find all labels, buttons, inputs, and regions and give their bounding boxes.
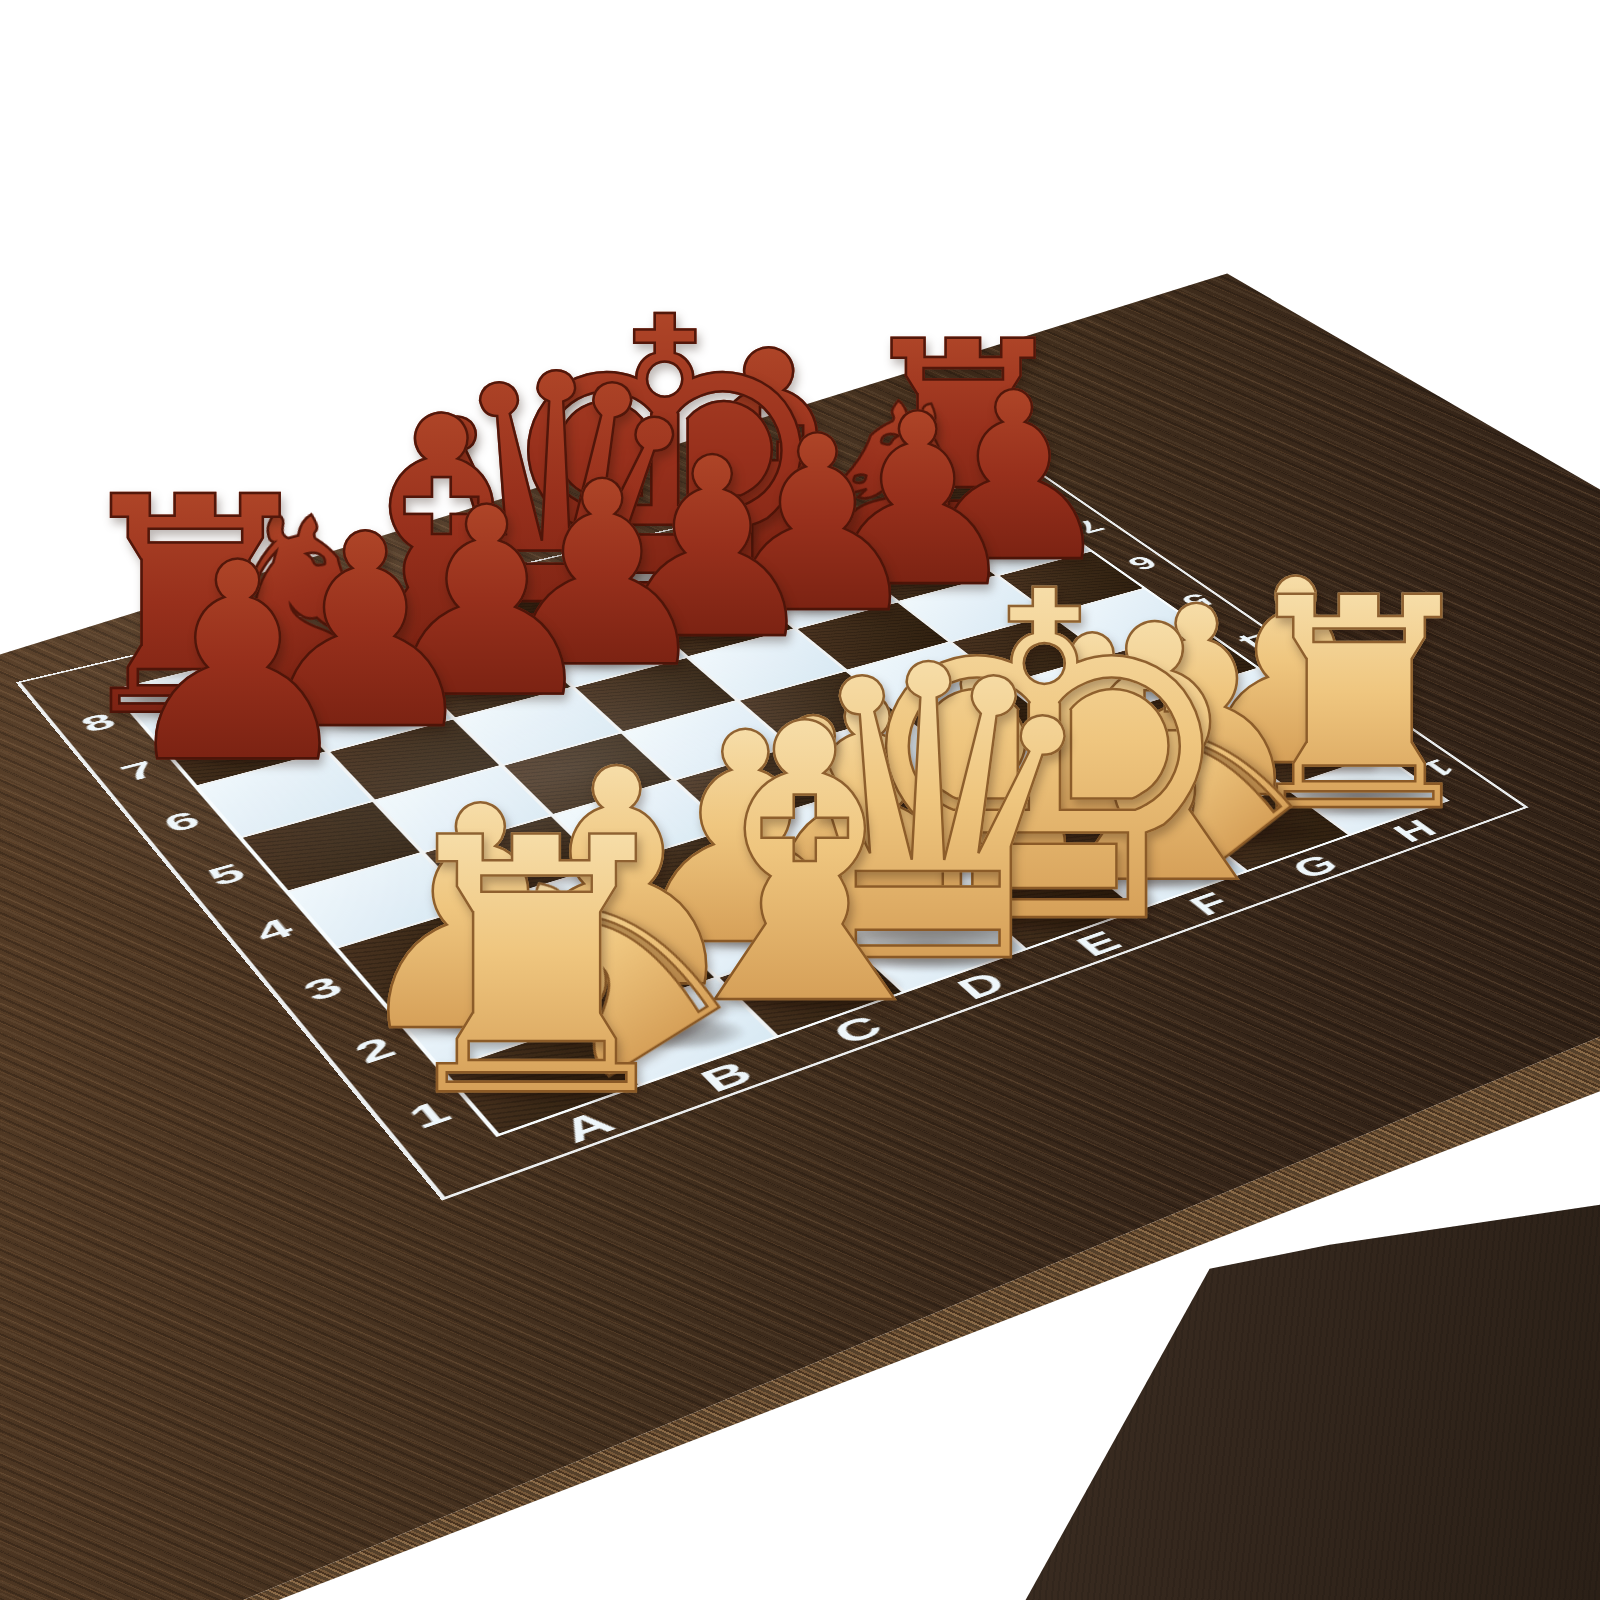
scene: 87654321 87654321 ABCDEFGH ABCDEFGH ♜♞♝♛… bbox=[0, 0, 1600, 1600]
piece-white-rook-a1[interactable]: ♜ bbox=[378, 792, 695, 1145]
pieces-layer: ♜♞♝♛♚♝♞♜♟♟♟♟♟♟♟♟♟♟♟♟♟♟♟♟♜♞♝♛♚♝♞♜ bbox=[0, 0, 1600, 1600]
piece-red-pawn-a7[interactable]: ♟ bbox=[115, 527, 360, 800]
